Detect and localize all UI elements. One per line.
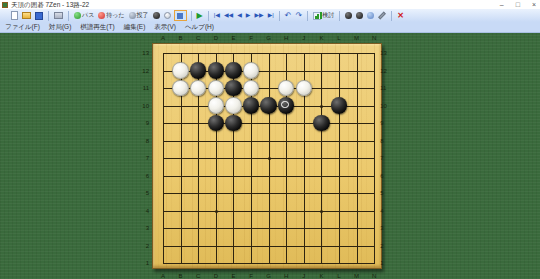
coord-label-column: E: [228, 35, 238, 42]
nav-forward-fast-button[interactable]: ▶▶: [253, 10, 264, 21]
stone-white[interactable]: [208, 97, 224, 113]
coord-label-row: 3: [380, 225, 390, 232]
coord-label-column: H: [281, 35, 291, 42]
active-tool-icon: [177, 13, 183, 19]
nav-back-button[interactable]: ◀: [236, 10, 243, 21]
toolbar-separator: [191, 11, 192, 21]
coord-label-row: 1: [380, 260, 390, 267]
new-game-button[interactable]: [10, 10, 19, 21]
stone-white[interactable]: [208, 80, 224, 96]
coord-label-row: 11: [380, 85, 390, 92]
stone-black[interactable]: [331, 97, 347, 113]
branch-forward-button[interactable]: ↷: [295, 10, 304, 21]
grid-line: [339, 53, 340, 264]
red-x-icon: ✕: [397, 10, 404, 21]
coord-label-column: F: [246, 273, 256, 279]
stone-black[interactable]: [208, 62, 224, 78]
black-stone-icon: [153, 12, 160, 19]
stone-white[interactable]: [172, 80, 188, 96]
coord-label-row: 5: [139, 190, 149, 197]
pass-label: パス: [82, 11, 94, 20]
black-stone-tool-button[interactable]: [152, 10, 161, 21]
toolbar-separator: [391, 11, 392, 21]
grid-line: [374, 53, 375, 264]
window-title: 天頂の囲碁 7Zen - 13路-22: [11, 0, 89, 9]
coord-label-column: B: [176, 35, 186, 42]
mark-black-button[interactable]: [344, 10, 353, 21]
app-icon: [2, 2, 8, 8]
play-button[interactable]: ▶: [196, 10, 204, 21]
undo-icon: [98, 12, 105, 19]
branch-back-button[interactable]: ↶: [284, 10, 293, 21]
grid-line: [163, 193, 375, 194]
coord-label-column: K: [316, 35, 326, 42]
star-point: [268, 157, 271, 160]
coord-label-row: 12: [139, 68, 149, 75]
stone-white[interactable]: [225, 97, 241, 113]
stone-white[interactable]: [172, 62, 188, 78]
coord-label-column: L: [334, 35, 344, 42]
toolbar: パス 待った 投了 ▶ |◀ ◀◀ ◀ ▶ ▶▶ ▶| ↶ ↷ 検討 ✕: [0, 9, 540, 22]
coord-label-row: 4: [139, 208, 149, 215]
undo-move-button[interactable]: 待った: [97, 10, 125, 21]
toolbar-separator: [339, 11, 340, 21]
coord-label-column: J: [299, 35, 309, 42]
stone-black[interactable]: [278, 97, 294, 113]
grid-line: [163, 211, 375, 212]
white-stone-tool-button[interactable]: [163, 10, 172, 21]
coord-label-column: C: [193, 273, 203, 279]
coord-label-column: M: [352, 35, 362, 42]
coord-label-column: C: [193, 35, 203, 42]
review-label: 検討: [322, 11, 334, 20]
coord-label-column: D: [211, 35, 221, 42]
coord-label-row: 6: [139, 173, 149, 180]
eraser-icon: [378, 12, 386, 20]
coord-label-row: 13: [139, 50, 149, 57]
coord-label-row: 8: [139, 138, 149, 145]
coord-label-row: 8: [380, 138, 390, 145]
nav-forward-button[interactable]: ▶: [245, 10, 252, 21]
back-icon: ◀: [237, 10, 242, 21]
last-move-marker: [281, 101, 289, 109]
coord-label-row: 10: [139, 103, 149, 110]
maximize-button[interactable]: □: [516, 0, 520, 9]
menu-bar: ファイル(F) 対局(G) 棋譜再生(T) 編集(E) 表示(V) ヘルプ(H): [0, 22, 540, 33]
coord-label-column: H: [281, 273, 291, 279]
coord-label-row: 2: [139, 243, 149, 250]
coord-label-column: L: [334, 273, 344, 279]
curve-forward-icon: ↷: [296, 10, 303, 21]
goban[interactable]: AABBCCDDEEFFGGHHJJKKLLMMNN13131212111110…: [152, 43, 382, 269]
menu-file[interactable]: ファイル(F): [5, 23, 40, 32]
coord-label-row: 10: [380, 103, 390, 110]
pass-button[interactable]: パス: [73, 10, 95, 21]
resign-button[interactable]: 投了: [128, 10, 150, 21]
close-button[interactable]: ×: [532, 0, 536, 9]
toolbar-separator: [307, 11, 308, 21]
coord-label-column: F: [246, 35, 256, 42]
coord-label-column: A: [158, 273, 168, 279]
stone-white[interactable]: [190, 80, 206, 96]
stone-black[interactable]: [208, 115, 224, 131]
title-bar: 天頂の囲碁 7Zen - 13路-22 – □ ×: [0, 0, 540, 9]
save-disk-icon: [35, 12, 43, 20]
coord-label-row: 5: [380, 190, 390, 197]
coord-label-row: 7: [380, 155, 390, 162]
undo-label: 待った: [106, 11, 124, 20]
play-area: AABBCCDDEEFFGGHHJJKKLLMMNN13131212111110…: [0, 33, 540, 279]
printer-icon: [54, 12, 63, 19]
coord-label-row: 13: [380, 50, 390, 57]
app-window: 天頂の囲碁 7Zen - 13路-22 – □ × パス 待った 投了 ▶ |◀…: [0, 0, 540, 279]
menu-help[interactable]: ヘルプ(H): [185, 23, 214, 32]
erase-button[interactable]: [377, 10, 387, 21]
stone-black[interactable]: [260, 97, 276, 113]
stone-black[interactable]: [190, 62, 206, 78]
stone-black[interactable]: [243, 97, 259, 113]
grid-line: [163, 246, 375, 247]
new-file-icon: [11, 11, 18, 20]
mark-blue-button[interactable]: [366, 10, 375, 21]
open-folder-icon: [22, 12, 31, 19]
resign-label: 投了: [137, 11, 149, 20]
nav-last-button[interactable]: ▶|: [267, 10, 275, 21]
coord-label-column: B: [176, 273, 186, 279]
nav-first-button[interactable]: |◀: [213, 10, 221, 21]
stone-white[interactable]: [296, 80, 312, 96]
pass-icon: [74, 12, 81, 19]
grid-line: [163, 176, 375, 177]
coord-label-column: K: [316, 273, 326, 279]
stone-white[interactable]: [243, 62, 259, 78]
grid-line: [163, 263, 375, 264]
minimize-button[interactable]: –: [500, 0, 504, 9]
stone-black[interactable]: [225, 80, 241, 96]
toolbar-separator: [208, 11, 209, 21]
coord-label-column: G: [264, 273, 274, 279]
coord-label-row: 6: [380, 173, 390, 180]
menu-edit[interactable]: 編集(E): [124, 23, 146, 32]
stone-black[interactable]: [225, 115, 241, 131]
coord-label-column: G: [264, 35, 274, 42]
coord-label-column: J: [299, 273, 309, 279]
nav-back-fast-button[interactable]: ◀◀: [223, 10, 234, 21]
coord-label-row: 12: [380, 68, 390, 75]
coord-label-row: 3: [139, 225, 149, 232]
grid-line: [357, 53, 358, 264]
stone-black[interactable]: [225, 62, 241, 78]
star-point: [215, 210, 218, 213]
save-button[interactable]: [34, 10, 44, 21]
chart-icon: [313, 12, 321, 20]
coord-label-column: A: [158, 35, 168, 42]
coord-label-row: 4: [380, 208, 390, 215]
stone-black[interactable]: [313, 115, 329, 131]
coord-label-row: 7: [139, 155, 149, 162]
print-button[interactable]: [53, 10, 64, 21]
coord-label-column: D: [211, 273, 221, 279]
curve-back-icon: ↶: [285, 10, 292, 21]
menu-game[interactable]: 対局(G): [49, 23, 71, 32]
coord-label-row: 11: [139, 85, 149, 92]
resign-icon: [129, 12, 136, 19]
stone-white[interactable]: [243, 80, 259, 96]
menu-view[interactable]: 表示(V): [154, 23, 176, 32]
first-move-icon: |◀: [214, 10, 220, 21]
coord-label-row: 9: [139, 120, 149, 127]
window-controls: – □ ×: [500, 0, 536, 9]
open-file-button[interactable]: [21, 10, 32, 21]
dark-ball-icon: [356, 12, 363, 19]
coord-label-row: 2: [380, 243, 390, 250]
coord-label-column: M: [352, 273, 362, 279]
toolbar-separator: [279, 11, 280, 21]
coord-label-row: 9: [380, 120, 390, 127]
coord-label-column: E: [228, 273, 238, 279]
delete-button[interactable]: ✕: [396, 10, 405, 21]
last-move-icon: ▶|: [268, 10, 274, 21]
toolbar-separator: [68, 11, 69, 21]
grid-line: [163, 228, 375, 229]
fast-forward-icon: ▶▶: [254, 10, 263, 21]
stone-white[interactable]: [278, 80, 294, 96]
forward-icon: ▶: [246, 10, 251, 21]
mark-territory-button[interactable]: [355, 10, 364, 21]
fast-back-icon: ◀◀: [224, 10, 233, 21]
black-ball-icon: [345, 12, 352, 19]
white-stone-icon: [164, 12, 171, 19]
coord-label-row: 1: [139, 260, 149, 267]
coord-label-column: N: [369, 273, 379, 279]
menu-replay[interactable]: 棋譜再生(T): [80, 23, 114, 32]
coord-label-column: N: [369, 35, 379, 42]
play-icon: ▶: [197, 10, 203, 21]
blue-ball-icon: [367, 12, 374, 19]
grid-line: [321, 53, 322, 264]
active-tool-toggle[interactable]: [174, 10, 187, 21]
review-button[interactable]: 検討: [312, 10, 335, 21]
toolbar-separator: [48, 11, 49, 21]
